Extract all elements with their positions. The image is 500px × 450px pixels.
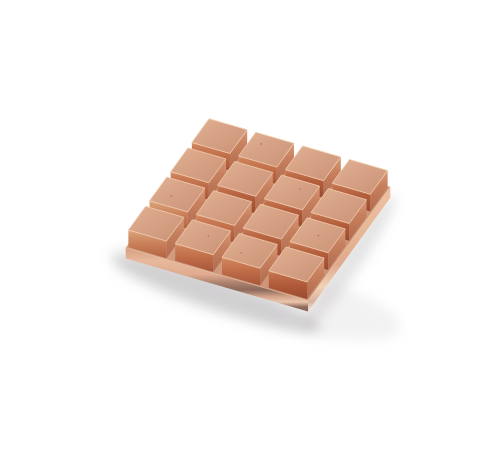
- heatsink-photo-svg: [0, 0, 500, 450]
- surface-speck: [241, 252, 243, 254]
- surface-speck: [318, 235, 320, 237]
- surface-speck: [299, 188, 301, 190]
- product-photo: [0, 0, 500, 450]
- surface-speck: [208, 235, 210, 237]
- surface-speck: [171, 195, 173, 197]
- surface-speck: [261, 143, 263, 145]
